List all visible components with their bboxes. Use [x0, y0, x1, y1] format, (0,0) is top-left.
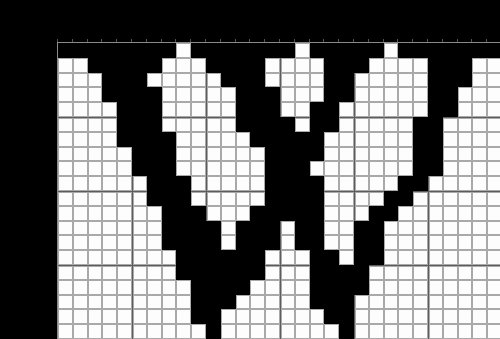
grid-cell[interactable]	[88, 280, 103, 295]
grid-cell[interactable]	[236, 132, 251, 147]
grid-cell[interactable]	[428, 191, 443, 206]
grid-cell[interactable]	[384, 43, 399, 58]
grid-cell[interactable]	[73, 117, 88, 132]
grid-cell[interactable]	[206, 295, 221, 310]
grid-cell[interactable]	[310, 161, 325, 176]
grid-cell[interactable]	[250, 265, 265, 280]
grid-cell[interactable]	[354, 295, 369, 310]
grid-cell[interactable]	[206, 221, 221, 236]
grid-cell[interactable]	[295, 43, 310, 58]
grid-cell[interactable]	[221, 265, 236, 280]
grid-cell[interactable]	[458, 87, 473, 102]
grid-cell[interactable]	[339, 265, 354, 280]
grid-cell[interactable]	[339, 43, 354, 58]
grid-cell[interactable]	[458, 43, 473, 58]
grid-cell[interactable]	[191, 324, 206, 339]
grid-cell[interactable]	[250, 250, 265, 265]
grid-cell[interactable]	[176, 191, 191, 206]
grid-cell[interactable]	[428, 235, 443, 250]
grid-cell[interactable]	[354, 117, 369, 132]
grid-cell[interactable]	[487, 324, 500, 339]
grid-cell[interactable]	[102, 191, 117, 206]
grid-cell[interactable]	[221, 191, 236, 206]
grid-cell[interactable]	[102, 58, 117, 73]
grid-cell[interactable]	[147, 309, 162, 324]
grid-cell[interactable]	[487, 132, 500, 147]
grid-cell[interactable]	[398, 132, 413, 147]
grid-cell[interactable]	[191, 206, 206, 221]
grid-cell[interactable]	[162, 324, 177, 339]
grid-cell[interactable]	[398, 147, 413, 162]
grid-cell[interactable]	[117, 324, 132, 339]
grid-cell[interactable]	[117, 221, 132, 236]
grid-cell[interactable]	[384, 324, 399, 339]
grid-cell[interactable]	[176, 58, 191, 73]
grid-cell[interactable]	[236, 265, 251, 280]
grid-cell[interactable]	[132, 265, 147, 280]
grid-cell[interactable]	[280, 265, 295, 280]
grid-cell[interactable]	[250, 73, 265, 88]
grid-cell[interactable]	[88, 147, 103, 162]
grid-cell[interactable]	[398, 206, 413, 221]
grid-cell[interactable]	[250, 309, 265, 324]
grid-cell[interactable]	[472, 73, 487, 88]
grid-cell[interactable]	[117, 191, 132, 206]
grid-cell[interactable]	[265, 191, 280, 206]
grid-cell[interactable]	[443, 221, 458, 236]
grid-cell[interactable]	[236, 324, 251, 339]
grid-cell[interactable]	[443, 324, 458, 339]
grid-cell[interactable]	[250, 280, 265, 295]
grid-cell[interactable]	[458, 280, 473, 295]
grid-cell[interactable]	[73, 280, 88, 295]
grid-cell[interactable]	[176, 280, 191, 295]
grid-cell[interactable]	[58, 102, 73, 117]
grid-cell[interactable]	[310, 87, 325, 102]
grid-cell[interactable]	[295, 235, 310, 250]
grid-cell[interactable]	[428, 176, 443, 191]
grid-cell[interactable]	[73, 73, 88, 88]
grid-cell[interactable]	[310, 132, 325, 147]
grid-cell[interactable]	[162, 147, 177, 162]
grid-cell[interactable]	[384, 58, 399, 73]
grid-cell[interactable]	[384, 102, 399, 117]
grid-cell[interactable]	[265, 295, 280, 310]
grid-cell[interactable]	[73, 250, 88, 265]
grid-cell[interactable]	[221, 295, 236, 310]
grid-cell[interactable]	[310, 102, 325, 117]
grid-cell[interactable]	[487, 191, 500, 206]
grid-cell[interactable]	[73, 87, 88, 102]
grid-cell[interactable]	[384, 206, 399, 221]
grid-cell[interactable]	[310, 235, 325, 250]
grid-cell[interactable]	[487, 235, 500, 250]
grid-cell[interactable]	[324, 102, 339, 117]
grid-cell[interactable]	[58, 161, 73, 176]
grid-cell[interactable]	[58, 309, 73, 324]
grid-cell[interactable]	[73, 191, 88, 206]
grid-cell[interactable]	[102, 161, 117, 176]
grid-cell[interactable]	[117, 250, 132, 265]
grid-cell[interactable]	[102, 147, 117, 162]
grid-cell[interactable]	[458, 250, 473, 265]
grid-cell[interactable]	[458, 102, 473, 117]
grid-cell[interactable]	[458, 235, 473, 250]
grid-cell[interactable]	[162, 73, 177, 88]
grid-cell[interactable]	[339, 176, 354, 191]
grid-cell[interactable]	[295, 176, 310, 191]
grid-cell[interactable]	[221, 176, 236, 191]
grid-cell[interactable]	[73, 43, 88, 58]
grid-cell[interactable]	[295, 117, 310, 132]
grid-cell[interactable]	[280, 132, 295, 147]
grid-cell[interactable]	[339, 117, 354, 132]
grid-cell[interactable]	[176, 73, 191, 88]
grid-cell[interactable]	[398, 295, 413, 310]
grid-cell[interactable]	[102, 295, 117, 310]
grid-cell[interactable]	[280, 87, 295, 102]
grid-cell[interactable]	[191, 117, 206, 132]
grid-cell[interactable]	[369, 176, 384, 191]
grid-cell[interactable]	[132, 280, 147, 295]
grid-cell[interactable]	[250, 43, 265, 58]
grid-cell[interactable]	[458, 191, 473, 206]
grid-cell[interactable]	[162, 102, 177, 117]
grid-cell[interactable]	[339, 324, 354, 339]
grid-cell[interactable]	[324, 43, 339, 58]
grid-cell[interactable]	[102, 176, 117, 191]
grid-cell[interactable]	[398, 58, 413, 73]
grid-cell[interactable]	[295, 132, 310, 147]
grid-cell[interactable]	[236, 206, 251, 221]
grid-cell[interactable]	[117, 295, 132, 310]
grid-cell[interactable]	[221, 43, 236, 58]
grid-cell[interactable]	[280, 117, 295, 132]
grid-cell[interactable]	[221, 73, 236, 88]
grid-cell[interactable]	[384, 132, 399, 147]
grid-cell[interactable]	[162, 132, 177, 147]
grid-cell[interactable]	[147, 265, 162, 280]
grid-cell[interactable]	[413, 117, 428, 132]
grid-cell[interactable]	[191, 265, 206, 280]
grid-cell[interactable]	[324, 191, 339, 206]
grid-cell[interactable]	[250, 58, 265, 73]
grid-cell[interactable]	[147, 221, 162, 236]
grid-cell[interactable]	[73, 235, 88, 250]
grid-cell[interactable]	[236, 73, 251, 88]
grid-cell[interactable]	[384, 295, 399, 310]
grid-cell[interactable]	[369, 295, 384, 310]
grid-cell[interactable]	[413, 132, 428, 147]
grid-cell[interactable]	[472, 43, 487, 58]
grid-cell[interactable]	[236, 280, 251, 295]
grid-cell[interactable]	[132, 87, 147, 102]
grid-cell[interactable]	[265, 147, 280, 162]
grid-cell[interactable]	[102, 132, 117, 147]
grid-cell[interactable]	[147, 324, 162, 339]
grid-cell[interactable]	[324, 87, 339, 102]
grid-cell[interactable]	[88, 221, 103, 236]
grid-cell[interactable]	[384, 250, 399, 265]
grid-cell[interactable]	[369, 43, 384, 58]
grid-cell[interactable]	[117, 176, 132, 191]
grid-cell[interactable]	[236, 295, 251, 310]
grid-cell[interactable]	[132, 324, 147, 339]
grid-cell[interactable]	[458, 117, 473, 132]
grid-cell[interactable]	[324, 221, 339, 236]
grid-cell[interactable]	[176, 324, 191, 339]
grid-cell[interactable]	[132, 102, 147, 117]
grid-cell[interactable]	[162, 295, 177, 310]
grid-cell[interactable]	[369, 206, 384, 221]
grid-cell[interactable]	[295, 147, 310, 162]
grid-cell[interactable]	[88, 117, 103, 132]
grid-cell[interactable]	[58, 43, 73, 58]
grid-cell[interactable]	[176, 206, 191, 221]
grid-cell[interactable]	[162, 265, 177, 280]
grid-cell[interactable]	[354, 265, 369, 280]
grid-cell[interactable]	[236, 43, 251, 58]
grid-cell[interactable]	[132, 191, 147, 206]
grid-cell[interactable]	[132, 295, 147, 310]
grid-cell[interactable]	[384, 265, 399, 280]
grid-cell[interactable]	[458, 221, 473, 236]
grid-cell[interactable]	[73, 309, 88, 324]
grid-cell[interactable]	[413, 43, 428, 58]
grid-cell[interactable]	[487, 206, 500, 221]
grid-cell[interactable]	[324, 265, 339, 280]
grid-cell[interactable]	[176, 161, 191, 176]
grid-cell[interactable]	[280, 206, 295, 221]
grid-cell[interactable]	[147, 280, 162, 295]
grid-cell[interactable]	[162, 43, 177, 58]
grid-cell[interactable]	[162, 87, 177, 102]
grid-cell[interactable]	[147, 132, 162, 147]
grid-cell[interactable]	[132, 221, 147, 236]
grid-cell[interactable]	[117, 265, 132, 280]
grid-cell[interactable]	[413, 161, 428, 176]
grid-cell[interactable]	[162, 161, 177, 176]
grid-cell[interactable]	[339, 235, 354, 250]
grid-cell[interactable]	[487, 280, 500, 295]
grid-cell[interactable]	[339, 191, 354, 206]
grid-cell[interactable]	[458, 265, 473, 280]
grid-cell[interactable]	[398, 221, 413, 236]
grid-cell[interactable]	[472, 295, 487, 310]
grid-cell[interactable]	[369, 87, 384, 102]
grid-cell[interactable]	[117, 132, 132, 147]
grid-cell[interactable]	[132, 147, 147, 162]
grid-cell[interactable]	[102, 117, 117, 132]
grid-cell[interactable]	[58, 265, 73, 280]
grid-cell[interactable]	[369, 324, 384, 339]
grid-cell[interactable]	[162, 176, 177, 191]
grid-cell[interactable]	[458, 132, 473, 147]
grid-cell[interactable]	[384, 117, 399, 132]
grid-cell[interactable]	[280, 147, 295, 162]
grid-cell[interactable]	[191, 221, 206, 236]
grid-cell[interactable]	[236, 235, 251, 250]
grid-cell[interactable]	[487, 176, 500, 191]
grid-cell[interactable]	[280, 102, 295, 117]
grid-cell[interactable]	[191, 87, 206, 102]
grid-cell[interactable]	[73, 265, 88, 280]
grid-cell[interactable]	[487, 147, 500, 162]
grid-cell[interactable]	[206, 43, 221, 58]
grid-cell[interactable]	[339, 102, 354, 117]
grid-cell[interactable]	[102, 280, 117, 295]
grid-cell[interactable]	[398, 191, 413, 206]
grid-cell[interactable]	[354, 102, 369, 117]
grid-cell[interactable]	[88, 87, 103, 102]
grid-cell[interactable]	[280, 161, 295, 176]
grid-cell[interactable]	[324, 324, 339, 339]
grid-cell[interactable]	[339, 73, 354, 88]
grid-cell[interactable]	[295, 206, 310, 221]
grid-cell[interactable]	[310, 206, 325, 221]
grid-cell[interactable]	[221, 102, 236, 117]
grid-cell[interactable]	[324, 295, 339, 310]
grid-cell[interactable]	[88, 176, 103, 191]
grid-cell[interactable]	[339, 206, 354, 221]
grid-cell[interactable]	[443, 87, 458, 102]
grid-cell[interactable]	[206, 280, 221, 295]
grid-cell[interactable]	[428, 221, 443, 236]
grid-cell[interactable]	[117, 87, 132, 102]
grid-cell[interactable]	[487, 295, 500, 310]
grid-cell[interactable]	[443, 309, 458, 324]
grid-cell[interactable]	[206, 176, 221, 191]
grid-cell[interactable]	[132, 58, 147, 73]
grid-cell[interactable]	[310, 280, 325, 295]
grid-cell[interactable]	[58, 176, 73, 191]
grid-cell[interactable]	[221, 58, 236, 73]
grid-cell[interactable]	[58, 147, 73, 162]
grid-cell[interactable]	[354, 280, 369, 295]
grid-cell[interactable]	[73, 221, 88, 236]
grid-cell[interactable]	[58, 235, 73, 250]
grid-cell[interactable]	[206, 191, 221, 206]
grid-cell[interactable]	[265, 309, 280, 324]
grid-cell[interactable]	[310, 147, 325, 162]
grid-cell[interactable]	[206, 206, 221, 221]
grid-cell[interactable]	[369, 235, 384, 250]
grid-cell[interactable]	[88, 73, 103, 88]
grid-cell[interactable]	[176, 102, 191, 117]
grid-cell[interactable]	[102, 221, 117, 236]
grid-cell[interactable]	[176, 309, 191, 324]
grid-cell[interactable]	[132, 206, 147, 221]
grid-cell[interactable]	[162, 58, 177, 73]
grid-cell[interactable]	[265, 87, 280, 102]
grid-cell[interactable]	[265, 117, 280, 132]
grid-cell[interactable]	[191, 132, 206, 147]
grid-cell[interactable]	[472, 161, 487, 176]
grid-cell[interactable]	[236, 309, 251, 324]
grid-cell[interactable]	[458, 295, 473, 310]
grid-cell[interactable]	[398, 176, 413, 191]
grid-cell[interactable]	[443, 265, 458, 280]
grid-cell[interactable]	[295, 324, 310, 339]
grid-cell[interactable]	[472, 206, 487, 221]
grid-cell[interactable]	[280, 221, 295, 236]
grid-cell[interactable]	[443, 250, 458, 265]
grid-cell[interactable]	[398, 265, 413, 280]
grid-cell[interactable]	[428, 87, 443, 102]
grid-cell[interactable]	[472, 324, 487, 339]
grid-cell[interactable]	[487, 43, 500, 58]
grid-cell[interactable]	[458, 176, 473, 191]
grid-cell[interactable]	[102, 43, 117, 58]
grid-cell[interactable]	[413, 309, 428, 324]
grid-cell[interactable]	[117, 58, 132, 73]
grid-cell[interactable]	[428, 58, 443, 73]
grid-cell[interactable]	[117, 309, 132, 324]
grid-cell[interactable]	[280, 58, 295, 73]
grid-cell[interactable]	[324, 73, 339, 88]
grid-cell[interactable]	[324, 132, 339, 147]
grid-cell[interactable]	[58, 73, 73, 88]
grid-cell[interactable]	[428, 206, 443, 221]
grid-cell[interactable]	[428, 280, 443, 295]
grid-cell[interactable]	[117, 206, 132, 221]
grid-cell[interactable]	[147, 43, 162, 58]
grid-cell[interactable]	[58, 280, 73, 295]
grid-cell[interactable]	[191, 295, 206, 310]
grid-cell[interactable]	[458, 73, 473, 88]
grid-cell[interactable]	[221, 132, 236, 147]
grid-cell[interactable]	[191, 250, 206, 265]
grid-cell[interactable]	[265, 43, 280, 58]
grid-cell[interactable]	[162, 191, 177, 206]
grid-cell[interactable]	[413, 176, 428, 191]
grid-cell[interactable]	[117, 161, 132, 176]
grid-cell[interactable]	[280, 324, 295, 339]
grid-cell[interactable]	[221, 221, 236, 236]
grid-cell[interactable]	[176, 147, 191, 162]
grid-cell[interactable]	[147, 295, 162, 310]
grid-cell[interactable]	[250, 117, 265, 132]
grid-cell[interactable]	[176, 176, 191, 191]
grid-cell[interactable]	[310, 191, 325, 206]
grid-cell[interactable]	[354, 73, 369, 88]
grid-cell[interactable]	[132, 309, 147, 324]
grid-cell[interactable]	[236, 191, 251, 206]
grid-cell[interactable]	[472, 191, 487, 206]
grid-cell[interactable]	[472, 280, 487, 295]
grid-cell[interactable]	[369, 132, 384, 147]
grid-cell[interactable]	[206, 117, 221, 132]
grid-cell[interactable]	[102, 102, 117, 117]
grid-cell[interactable]	[413, 265, 428, 280]
grid-cell[interactable]	[73, 58, 88, 73]
grid-cell[interactable]	[398, 309, 413, 324]
grid-cell[interactable]	[354, 58, 369, 73]
grid-cell[interactable]	[147, 73, 162, 88]
grid-cell[interactable]	[398, 43, 413, 58]
grid-cell[interactable]	[117, 43, 132, 58]
grid-cell[interactable]	[250, 87, 265, 102]
grid-cell[interactable]	[310, 176, 325, 191]
grid-cell[interactable]	[487, 58, 500, 73]
grid-cell[interactable]	[413, 87, 428, 102]
grid-cell[interactable]	[280, 295, 295, 310]
grid-cell[interactable]	[443, 191, 458, 206]
grid-cell[interactable]	[472, 265, 487, 280]
grid-cell[interactable]	[221, 161, 236, 176]
grid-cell[interactable]	[354, 235, 369, 250]
grid-cell[interactable]	[280, 43, 295, 58]
